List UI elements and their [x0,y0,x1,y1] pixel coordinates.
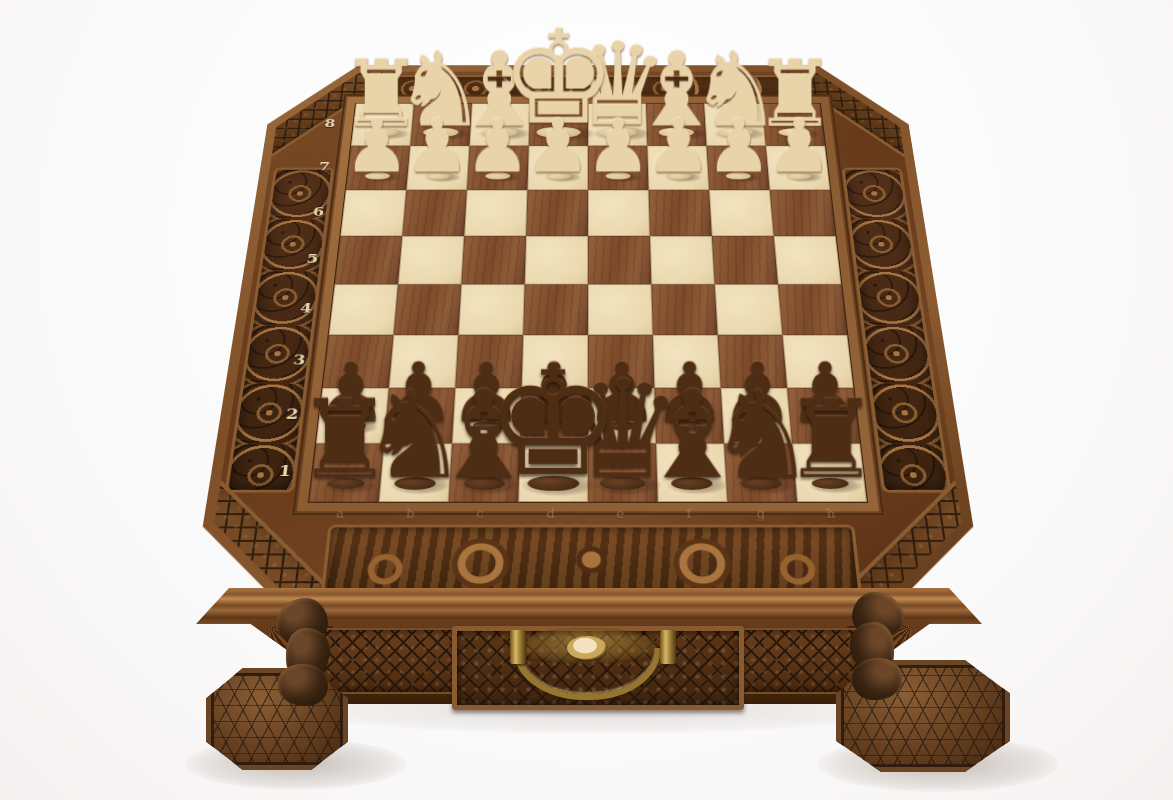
piece-dark-king[interactable]: ♚ [485,346,622,498]
piece-white-pawn[interactable]: ♟ [465,109,531,183]
piece-white-pawn[interactable]: ♟ [344,109,410,183]
drawer-handle-post [660,630,676,664]
piece-white-pawn[interactable]: ♟ [706,109,772,183]
drawer-handle-post [510,630,526,664]
piece-dark-knight[interactable]: ♞ [707,374,816,496]
scene: 87654321abcdefgh ♜♞♝♚♛♝♞♜♟♟♟♟♟♟♟♟♟♟♟♟♟♟♟… [0,0,1173,800]
piece-white-pawn[interactable]: ♟ [585,109,651,183]
piece-white-pawn[interactable]: ♟ [646,109,712,183]
piece-white-pawn[interactable]: ♟ [766,109,832,183]
chess-table-top: 87654321abcdefgh ♜♞♝♚♛♝♞♜♟♟♟♟♟♟♟♟♟♟♟♟♟♟♟… [188,65,988,617]
left-carved-leg [262,598,346,706]
pieces-layer: ♜♞♝♚♛♝♞♜♟♟♟♟♟♟♟♟♟♟♟♟♟♟♟♟♜♞♝♚♛♝♞♜ [188,65,988,617]
drawer-handle-medallion [567,636,607,660]
right-carved-leg [834,592,918,700]
piece-white-pawn[interactable]: ♟ [404,109,470,183]
piece-white-pawn[interactable]: ♟ [525,109,591,183]
